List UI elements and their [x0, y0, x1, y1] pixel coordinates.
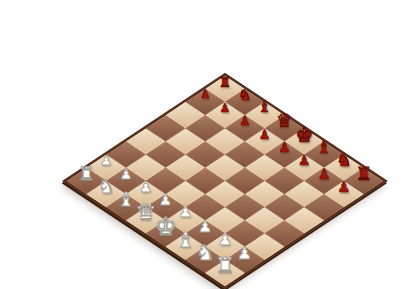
chessboard-scene: ♜♞♝♛♚♝♞♜♟♟♟♟♟♟♟♟♟♟♟♟♟♟♟♟♜♞♝♛♚♝♞♜: [110, 66, 340, 289]
piece-red-rook-a8: ♜: [211, 68, 239, 96]
photo-canvas: ♜♞♝♛♚♝♞♜♟♟♟♟♟♟♟♟♟♟♟♟♟♟♟♟♜♞♝♛♚♝♞♜: [0, 0, 404, 289]
chessboard: ♜♞♝♛♚♝♞♜♟♟♟♟♟♟♟♟♟♟♟♟♟♟♟♟♜♞♝♛♚♝♞♜: [62, 73, 387, 289]
